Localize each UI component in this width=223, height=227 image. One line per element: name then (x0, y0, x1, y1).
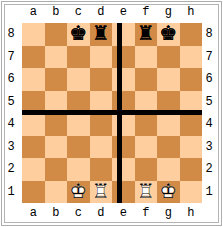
piece-white-king[interactable]: ♚♔ (157, 181, 180, 204)
square-h3[interactable] (180, 136, 203, 159)
file-label: f (135, 204, 158, 222)
square-h1[interactable] (180, 181, 203, 204)
square-c2[interactable] (67, 158, 90, 181)
square-c8[interactable]: ♚♚ (67, 23, 90, 46)
square-d6[interactable] (90, 68, 113, 91)
square-d2[interactable] (90, 158, 113, 181)
piece-black-king[interactable]: ♚♚ (157, 23, 180, 46)
square-h6[interactable] (180, 68, 203, 91)
square-g8[interactable]: ♚♚ (157, 23, 180, 46)
file-label: e (112, 204, 135, 222)
rank-labels-right: 87654321 (202, 23, 216, 203)
square-a1[interactable] (22, 181, 45, 204)
rank-labels-left: 87654321 (4, 23, 18, 203)
rank-label: 7 (4, 46, 18, 69)
file-label: h (180, 3, 203, 21)
file-label: e (112, 3, 135, 21)
file-label: a (22, 204, 45, 222)
square-g6[interactable] (157, 68, 180, 91)
square-a4[interactable] (22, 113, 45, 136)
file-label: h (180, 204, 203, 222)
square-c1[interactable]: ♚♔ (67, 181, 90, 204)
board: ♚♚♜♜♜♜♚♚♚♔♜♖♜♖♚♔ (22, 23, 202, 203)
square-d8[interactable]: ♜♜ (90, 23, 113, 46)
square-e8[interactable] (112, 23, 135, 46)
square-g3[interactable] (157, 136, 180, 159)
file-label: d (90, 204, 113, 222)
square-e4[interactable] (112, 113, 135, 136)
square-b1[interactable] (45, 181, 68, 204)
piece-outline-glyph: ♔ (159, 181, 177, 201)
piece-black-rook[interactable]: ♜♜ (90, 23, 113, 46)
square-e2[interactable] (112, 158, 135, 181)
piece-white-rook[interactable]: ♜♖ (90, 181, 113, 204)
rank-label: 4 (202, 113, 216, 136)
piece-outline-glyph: ♖ (92, 181, 110, 201)
file-label: g (157, 3, 180, 21)
square-a7[interactable] (22, 46, 45, 69)
square-f4[interactable] (135, 113, 158, 136)
quadrant-divider-horizontal (22, 110, 202, 115)
square-h2[interactable] (180, 158, 203, 181)
file-labels-top: abcdefgh (22, 3, 202, 21)
file-label: d (90, 3, 113, 21)
square-c6[interactable] (67, 68, 90, 91)
square-g1[interactable]: ♚♔ (157, 181, 180, 204)
file-label: c (67, 3, 90, 21)
square-d7[interactable] (90, 46, 113, 69)
piece-outline-glyph: ♚ (159, 23, 177, 43)
square-g7[interactable] (157, 46, 180, 69)
square-b6[interactable] (45, 68, 68, 91)
square-d3[interactable] (90, 136, 113, 159)
rank-label: 2 (202, 158, 216, 181)
square-a8[interactable] (22, 23, 45, 46)
square-e1[interactable] (112, 181, 135, 204)
rank-label: 3 (202, 136, 216, 159)
square-b3[interactable] (45, 136, 68, 159)
square-h4[interactable] (180, 113, 203, 136)
square-b8[interactable] (45, 23, 68, 46)
square-c3[interactable] (67, 136, 90, 159)
file-label: b (45, 3, 68, 21)
square-a6[interactable] (22, 68, 45, 91)
rank-label: 5 (202, 91, 216, 114)
file-label: f (135, 3, 158, 21)
square-c7[interactable] (67, 46, 90, 69)
file-label: c (67, 204, 90, 222)
file-label: a (22, 3, 45, 21)
square-e3[interactable] (112, 136, 135, 159)
rank-label: 6 (4, 68, 18, 91)
file-label: g (157, 204, 180, 222)
square-b7[interactable] (45, 46, 68, 69)
square-b2[interactable] (45, 158, 68, 181)
square-g4[interactable] (157, 113, 180, 136)
chess-position-diagram: abcdefgh abcdefgh 87654321 87654321 ♚♚♜♜… (0, 0, 223, 227)
square-d4[interactable] (90, 113, 113, 136)
file-labels-bottom: abcdefgh (22, 204, 202, 222)
square-f1[interactable]: ♜♖ (135, 181, 158, 204)
piece-black-king[interactable]: ♚♚ (67, 23, 90, 46)
piece-outline-glyph: ♜ (137, 23, 155, 43)
square-c4[interactable] (67, 113, 90, 136)
square-a2[interactable] (22, 158, 45, 181)
piece-outline-glyph: ♜ (92, 23, 110, 43)
square-e7[interactable] (112, 46, 135, 69)
rank-label: 1 (4, 181, 18, 204)
rank-label: 3 (4, 136, 18, 159)
square-b4[interactable] (45, 113, 68, 136)
square-f7[interactable] (135, 46, 158, 69)
square-e6[interactable] (112, 68, 135, 91)
square-a3[interactable] (22, 136, 45, 159)
square-f2[interactable] (135, 158, 158, 181)
rank-label: 6 (202, 68, 216, 91)
rank-label: 8 (202, 23, 216, 46)
file-label: b (45, 204, 68, 222)
square-h7[interactable] (180, 46, 203, 69)
piece-black-rook[interactable]: ♜♜ (135, 23, 158, 46)
square-f6[interactable] (135, 68, 158, 91)
piece-outline-glyph: ♚ (69, 23, 87, 43)
rank-label: 1 (202, 181, 216, 204)
piece-outline-glyph: ♔ (69, 181, 87, 201)
rank-label: 4 (4, 113, 18, 136)
square-g2[interactable] (157, 158, 180, 181)
square-f3[interactable] (135, 136, 158, 159)
square-h8[interactable] (180, 23, 203, 46)
rank-label: 2 (4, 158, 18, 181)
rank-label: 7 (202, 46, 216, 69)
rank-label: 5 (4, 91, 18, 114)
piece-white-rook[interactable]: ♜♖ (135, 181, 158, 204)
square-d1[interactable]: ♜♖ (90, 181, 113, 204)
piece-outline-glyph: ♖ (137, 181, 155, 201)
rank-label: 8 (4, 23, 18, 46)
piece-white-king[interactable]: ♚♔ (67, 181, 90, 204)
square-f8[interactable]: ♜♜ (135, 23, 158, 46)
